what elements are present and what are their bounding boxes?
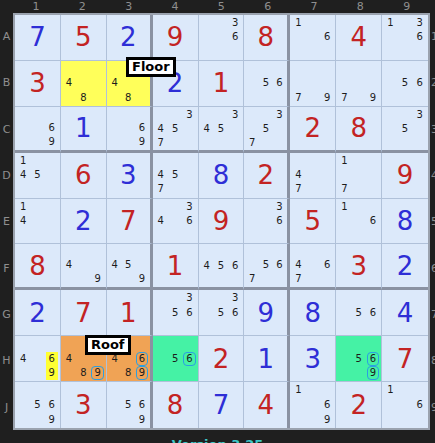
cell-B6[interactable]: 56: [244, 61, 290, 107]
candidate-slot-5: 5: [214, 259, 228, 273]
candidate-slot-9: [320, 272, 334, 286]
cell-H1[interactable]: 469: [15, 336, 61, 382]
candidate-9: 9: [91, 366, 103, 380]
candidate-9: 9: [46, 135, 58, 149]
cell-G7[interactable]: 8: [290, 290, 336, 336]
cell-B1[interactable]: 3: [15, 61, 61, 107]
cell-C8[interactable]: 8: [336, 107, 382, 153]
candidate-slot-7: 7: [154, 182, 168, 196]
candidate-slot-3: [135, 383, 149, 398]
candidate-slot-5: [352, 168, 366, 182]
candidate-slot-3: 3: [228, 291, 242, 305]
candidate-9: 9: [136, 413, 148, 427]
candidate-3: 3: [229, 16, 241, 30]
candidate-slot-5: [121, 121, 135, 135]
cell-E5[interactable]: 9: [199, 199, 245, 245]
cell-H4[interactable]: 56: [153, 336, 199, 382]
candidate-slot-8: 8: [76, 366, 90, 380]
candidate-4: 4: [155, 214, 167, 228]
candidate-slot-4: [383, 398, 398, 413]
cell-value: 1: [244, 336, 287, 381]
candidate-9: 9: [321, 413, 333, 427]
candidate-grid: 49: [62, 245, 105, 286]
cell-G3[interactable]: 1: [107, 290, 153, 336]
candidate-slot-2: [398, 383, 413, 398]
candidate-slot-4: 4: [62, 76, 76, 90]
candidate-slot-8: [30, 366, 44, 380]
cell-E6[interactable]: 36: [244, 199, 290, 245]
candidate-slot-7: [200, 273, 214, 286]
candidate-slot-8: [30, 135, 44, 149]
candidate-slot-7: [62, 272, 76, 286]
cell-C9[interactable]: 35: [382, 107, 428, 153]
cell-D6[interactable]: 2: [244, 153, 290, 199]
cell-C7[interactable]: 2: [290, 107, 336, 153]
candidate-slot-5: [352, 76, 366, 90]
candidate-slot-8: [259, 90, 273, 104]
candidate-slot-8: [214, 45, 228, 59]
candidate-slot-6: [366, 168, 380, 182]
candidate-slot-8: [398, 90, 413, 104]
candidate-slot-5: 5: [168, 306, 182, 320]
cell-B7[interactable]: 79: [290, 61, 336, 107]
candidate-slot-8: [214, 273, 228, 286]
candidate-4: 4: [17, 352, 29, 366]
column-label-1: 1: [13, 0, 59, 13]
cell-D8[interactable]: 17: [336, 153, 382, 199]
candidate-slot-1: [291, 245, 305, 258]
candidate-grid: 56: [337, 291, 380, 334]
candidate-slot-5: [398, 30, 413, 44]
candidate-slot-9: [366, 320, 380, 334]
candidate-slot-3: [182, 337, 196, 351]
cell-C4[interactable]: 3457: [153, 107, 199, 153]
candidate-slot-6: 6: [182, 214, 196, 228]
candidate-slot-9: [412, 45, 427, 59]
cell-D5[interactable]: 8: [199, 153, 245, 199]
candidate-slot-9: 9: [135, 135, 149, 149]
candidate-slot-3: [45, 383, 59, 398]
cell-A3[interactable]: 2: [107, 15, 153, 61]
candidate-4: 4: [17, 168, 29, 182]
candidate-9: 9: [46, 413, 58, 427]
candidate-6: 6: [413, 76, 425, 90]
candidate-slot-2: [398, 16, 413, 30]
candidate-slot-8: [352, 320, 366, 334]
candidate-3: 3: [413, 108, 425, 122]
row-label-H: H: [0, 354, 13, 367]
candidate-grid: 36: [245, 200, 286, 243]
row-label-C: C: [0, 123, 13, 136]
candidate-slot-2: [352, 62, 366, 76]
candidate-slot-2: [259, 108, 273, 122]
cell-F6[interactable]: 567: [244, 244, 290, 290]
cell-value: 3: [61, 382, 106, 428]
candidate-6: 6: [413, 398, 425, 412]
cell-value: 2: [15, 290, 60, 335]
candidate-slot-7: [200, 45, 214, 59]
cell-F4[interactable]: 1: [153, 244, 199, 290]
candidate-slot-4: [337, 214, 351, 228]
candidate-3: 3: [183, 108, 195, 122]
candidate-grid: 3457: [154, 108, 197, 149]
cell-value: 8: [244, 15, 287, 60]
candidate-grid: 357: [245, 108, 286, 149]
cell-value: 9: [244, 290, 287, 335]
cell-J2[interactable]: 3: [61, 382, 107, 428]
candidate-slot-8: 8: [121, 90, 135, 104]
candidate-slot-1: [245, 62, 259, 76]
candidate-6: 6: [229, 30, 241, 44]
candidate-slot-5: 5: [214, 306, 228, 320]
candidate-slot-1: [108, 383, 122, 398]
candidate-grid: 567: [245, 245, 286, 286]
candidate-slot-2: [168, 337, 182, 351]
candidate-slot-6: 6: [135, 398, 149, 413]
cell-A7[interactable]: 16: [290, 15, 336, 61]
right-row-label-8: 8: [431, 354, 435, 367]
candidate-slot-4: 4: [62, 352, 76, 366]
candidate-slot-7: [383, 90, 398, 104]
cell-D3[interactable]: 3: [107, 153, 153, 199]
candidate-slot-2: [168, 200, 182, 214]
candidate-slot-8: [168, 366, 182, 380]
cell-C6[interactable]: 357: [244, 107, 290, 153]
candidate-slot-3: 3: [182, 200, 196, 214]
candidate-slot-8: [259, 272, 273, 286]
cell-F1[interactable]: 8: [15, 244, 61, 290]
candidate-slot-3: [45, 108, 59, 121]
candidate-slot-6: [412, 122, 427, 136]
row-label-J: J: [0, 401, 13, 414]
cell-G5[interactable]: 356: [199, 290, 245, 336]
candidate-grid: 169: [291, 383, 334, 427]
cell-J1[interactable]: 569: [15, 382, 61, 428]
candidate-slot-9: 9: [135, 366, 149, 380]
candidate-6: 6: [367, 352, 379, 366]
candidate-slot-7: [108, 135, 122, 149]
candidate-slot-3: [45, 154, 59, 168]
candidate-slot-6: 6: [320, 398, 334, 413]
cell-E3[interactable]: 7: [107, 199, 153, 245]
row-label-A: A: [0, 30, 13, 43]
candidate-slot-4: [291, 30, 305, 44]
candidate-slot-2: [214, 108, 228, 122]
candidate-slot-1: [200, 16, 214, 30]
candidate-slot-4: [200, 306, 214, 320]
candidate-slot-4: [383, 122, 398, 136]
candidate-slot-7: [337, 366, 351, 380]
cell-A6[interactable]: 8: [244, 15, 290, 61]
candidate-slot-2: [214, 291, 228, 305]
candidate-slot-1: [337, 291, 351, 305]
cell-A5[interactable]: 36: [199, 15, 245, 61]
cell-A2[interactable]: 5: [61, 15, 107, 61]
candidate-slot-5: 5: [352, 352, 366, 366]
cell-value: 5: [61, 15, 106, 60]
cell-E9[interactable]: 8: [382, 199, 428, 245]
candidate-slot-7: [383, 45, 398, 59]
cell-J4[interactable]: 8: [153, 382, 199, 428]
candidate-4: 4: [108, 258, 120, 272]
candidate-5: 5: [169, 122, 181, 136]
candidate-9: 9: [46, 366, 58, 380]
candidate-grid: 48: [62, 62, 105, 105]
cell-value: 8: [199, 153, 244, 198]
candidate-slot-1: [245, 108, 259, 122]
candidate-slot-6: [90, 76, 104, 90]
candidate-3: 3: [413, 16, 425, 30]
candidate-7: 7: [292, 182, 304, 196]
candidate-8: 8: [77, 91, 89, 105]
candidate-4: 4: [292, 168, 304, 182]
candidate-slot-5: 5: [168, 352, 182, 366]
cell-J8[interactable]: 2: [336, 382, 382, 428]
cell-B9[interactable]: 56: [382, 61, 428, 107]
candidate-9: 9: [136, 135, 148, 149]
column-label-2: 2: [59, 0, 105, 13]
candidate-grid: 17: [337, 154, 380, 197]
candidate-grid: 569: [337, 337, 380, 380]
candidate-8: 8: [77, 366, 89, 380]
cell-G2[interactable]: 7: [61, 290, 107, 336]
cell-H9[interactable]: 7: [382, 336, 428, 382]
candidate-slot-6: 6: [273, 214, 287, 228]
candidate-slot-9: [273, 136, 287, 150]
candidate-slot-6: 6: [182, 306, 196, 320]
candidate-slot-5: [352, 214, 366, 228]
cell-H8[interactable]: 569: [336, 336, 382, 382]
row-label-E: E: [0, 215, 13, 228]
candidate-slot-4: [154, 306, 168, 320]
candidate-slot-4: 4: [16, 352, 30, 366]
candidate-slot-1: 1: [16, 200, 30, 214]
cell-C3[interactable]: 69: [107, 107, 153, 153]
candidate-slot-6: 6: [273, 76, 287, 90]
candidate-slot-1: [16, 383, 30, 398]
cell-G8[interactable]: 56: [336, 290, 382, 336]
candidate-slot-3: 3: [182, 291, 196, 305]
candidate-slot-9: [412, 136, 427, 149]
cell-J5[interactable]: 7: [199, 382, 245, 428]
candidate-grid: 14: [16, 200, 59, 243]
candidate-slot-9: [45, 228, 59, 242]
candidate-slot-7: [108, 90, 122, 104]
candidate-slot-6: [135, 258, 149, 272]
candidate-slot-8: [259, 228, 273, 242]
candidate-5: 5: [215, 306, 227, 320]
candidate-slot-9: [45, 182, 59, 196]
candidate-slot-4: [291, 398, 305, 413]
cell-value: 2: [107, 15, 150, 60]
candidate-slot-8: [306, 272, 320, 286]
cell-value: 3: [336, 244, 381, 287]
candidate-slot-6: [182, 168, 196, 182]
candidate-slot-3: [45, 337, 59, 351]
cell-D7[interactable]: 47: [290, 153, 336, 199]
cell-A8[interactable]: 4: [336, 15, 382, 61]
candidate-slot-5: [76, 258, 90, 272]
candidate-slot-9: [366, 228, 380, 242]
candidate-slot-4: 4: [200, 259, 214, 273]
cell-A1[interactable]: 7: [15, 15, 61, 61]
candidate-5: 5: [399, 76, 411, 90]
candidate-slot-5: [306, 76, 320, 90]
candidate-slot-7: [62, 366, 76, 380]
candidate-slot-6: 6: [135, 352, 149, 366]
candidate-4: 4: [155, 122, 167, 136]
cell-H6[interactable]: 1: [244, 336, 290, 382]
candidate-slot-6: 6: [182, 352, 196, 366]
cell-J6[interactable]: 4: [244, 382, 290, 428]
candidate-slot-7: 7: [245, 272, 259, 286]
candidate-7: 7: [292, 91, 304, 105]
right-row-label-4: 4: [431, 169, 435, 182]
candidate-slot-1: [200, 291, 214, 305]
candidate-slot-5: 5: [168, 168, 182, 182]
cell-D9[interactable]: 9: [382, 153, 428, 199]
row-label-G: G: [0, 308, 13, 321]
cell-B8[interactable]: 79: [336, 61, 382, 107]
candidate-slot-7: [383, 412, 398, 427]
cell-G6[interactable]: 9: [244, 290, 290, 336]
candidate-slot-6: 6: [366, 352, 380, 366]
cell-F8[interactable]: 3: [336, 244, 382, 290]
cell-J7[interactable]: 169: [290, 382, 336, 428]
candidate-slot-5: [121, 76, 135, 90]
candidate-9: 9: [321, 91, 333, 105]
cell-value: 4: [382, 290, 428, 335]
cell-F5[interactable]: 456: [199, 244, 245, 290]
column-label-6: 6: [245, 0, 291, 13]
candidate-slot-7: [16, 228, 30, 242]
candidate-slot-3: [273, 62, 287, 76]
cell-D4[interactable]: 457: [153, 153, 199, 199]
candidate-slot-4: [337, 168, 351, 182]
cell-A4[interactable]: 9: [153, 15, 199, 61]
cell-D1[interactable]: 145: [15, 153, 61, 199]
cell-F7[interactable]: 467: [290, 244, 336, 290]
candidate-7: 7: [246, 136, 258, 150]
candidate-slot-4: [108, 398, 122, 413]
candidate-3: 3: [183, 200, 195, 214]
cell-B2[interactable]: 48: [61, 61, 107, 107]
candidate-slot-9: [412, 90, 427, 104]
cell-H7[interactable]: 3: [290, 336, 336, 382]
cell-G4[interactable]: 356: [153, 290, 199, 336]
candidate-slot-8: [352, 366, 366, 380]
candidate-grid: 47: [291, 154, 334, 197]
candidate-slot-3: 3: [412, 16, 427, 30]
cell-J9[interactable]: 16: [382, 382, 428, 428]
candidate-slot-9: 9: [45, 366, 59, 380]
candidate-slot-6: [182, 122, 196, 136]
column-label-5: 5: [198, 0, 244, 13]
cell-F2[interactable]: 49: [61, 244, 107, 290]
cell-F9[interactable]: 2: [382, 244, 428, 290]
candidate-slot-1: [154, 291, 168, 305]
candidate-slot-6: [273, 122, 287, 136]
candidate-slot-9: 9: [45, 412, 59, 427]
cell-D2[interactable]: 6: [61, 153, 107, 199]
candidate-slot-3: [412, 383, 427, 398]
row-label-F: F: [0, 262, 13, 275]
candidate-slot-3: 3: [273, 108, 287, 122]
cell-E2[interactable]: 2: [61, 199, 107, 245]
cell-J3[interactable]: 569: [107, 382, 153, 428]
cell-C5[interactable]: 345: [199, 107, 245, 153]
cell-value: 7: [61, 290, 106, 335]
right-row-label-5: 5: [431, 215, 435, 228]
candidate-slot-8: [352, 90, 366, 104]
cell-E8[interactable]: 16: [336, 199, 382, 245]
candidate-slot-9: [320, 182, 334, 196]
cell-value: 3: [15, 61, 60, 106]
candidate-slot-2: [214, 245, 228, 258]
candidate-slot-9: [273, 228, 287, 242]
candidate-slot-4: [383, 30, 398, 44]
candidate-slot-4: [245, 258, 259, 272]
candidate-slot-3: [366, 337, 380, 351]
candidate-slot-2: [121, 383, 135, 398]
candidate-slot-9: 9: [45, 135, 59, 149]
candidate-4: 4: [63, 258, 75, 272]
candidate-slot-7: [200, 320, 214, 334]
candidate-slot-7: [245, 228, 259, 242]
candidate-slot-8: [398, 136, 413, 149]
candidate-slot-3: 3: [273, 200, 287, 214]
candidate-slot-9: 9: [320, 412, 334, 427]
cell-value: 8: [336, 107, 381, 150]
candidate-5: 5: [31, 398, 43, 412]
candidate-5: 5: [169, 352, 181, 366]
cell-C1[interactable]: 69: [15, 107, 61, 153]
candidate-slot-8: [398, 45, 413, 59]
candidate-1: 1: [384, 16, 396, 30]
cell-G1[interactable]: 2: [15, 290, 61, 336]
candidate-slot-2: [306, 383, 320, 398]
cell-value: 1: [107, 290, 150, 335]
candidate-slot-2: [121, 245, 135, 258]
cell-B5[interactable]: 1: [199, 61, 245, 107]
cell-C2[interactable]: 1: [61, 107, 107, 153]
candidate-slot-1: [62, 337, 76, 351]
cell-E7[interactable]: 5: [290, 199, 336, 245]
cell-E4[interactable]: 346: [153, 199, 199, 245]
candidate-7: 7: [246, 272, 258, 286]
candidate-slot-7: 7: [154, 136, 168, 150]
cell-A9[interactable]: 136: [382, 15, 428, 61]
row-label-B: B: [0, 76, 13, 89]
candidate-slot-4: [200, 30, 214, 44]
candidate-slot-9: [228, 136, 242, 149]
cell-F3[interactable]: 459: [107, 244, 153, 290]
candidate-slot-8: 8: [76, 90, 90, 104]
cell-G9[interactable]: 4: [382, 290, 428, 336]
candidate-slot-6: 6: [228, 306, 242, 320]
candidate-slot-9: 9: [135, 272, 149, 286]
cell-E1[interactable]: 14: [15, 199, 61, 245]
candidate-slot-5: 5: [168, 122, 182, 136]
candidate-slot-5: 5: [259, 258, 273, 272]
candidate-6: 6: [321, 398, 333, 412]
candidate-6: 6: [321, 258, 333, 272]
candidate-slot-4: 4: [154, 122, 168, 136]
candidate-slot-8: [30, 182, 44, 196]
candidate-slot-2: [306, 62, 320, 76]
cell-H5[interactable]: 2: [199, 336, 245, 382]
candidate-grid: 56: [383, 62, 427, 105]
